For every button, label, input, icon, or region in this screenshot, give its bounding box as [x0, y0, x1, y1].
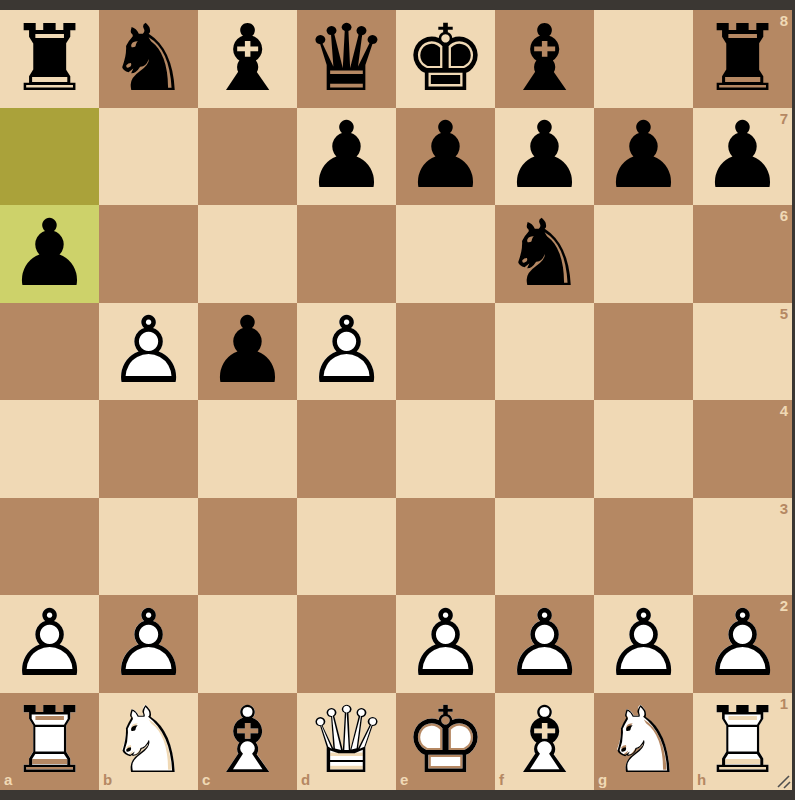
black-bishop-piece[interactable]: ♝ [495, 10, 594, 108]
square-e6[interactable] [396, 205, 495, 303]
piece-outline: ♙ [305, 305, 387, 397]
square-f2[interactable]: ♟♙ [495, 595, 594, 693]
white-rook-piece[interactable]: ♜♖ [693, 693, 792, 791]
piece-outline: ♙ [404, 598, 486, 690]
square-e2[interactable]: ♟♙ [396, 595, 495, 693]
square-c3[interactable] [198, 498, 297, 596]
square-h8[interactable]: ♜8 [693, 10, 792, 108]
piece-outline: ♗ [503, 695, 585, 787]
square-e3[interactable] [396, 498, 495, 596]
square-e1[interactable]: ♚♔e [396, 693, 495, 791]
square-h4[interactable]: 4 [693, 400, 792, 498]
piece-outline: ♘ [107, 695, 189, 787]
black-pawn-piece[interactable]: ♟ [198, 303, 297, 401]
rank-label-5: 5 [780, 306, 788, 321]
black-knight-piece[interactable]: ♞ [495, 205, 594, 303]
square-d1[interactable]: ♛♕d [297, 693, 396, 791]
square-a6[interactable]: ♟ [0, 205, 99, 303]
piece-outline: ♙ [701, 598, 783, 690]
square-a2[interactable]: ♟♙ [0, 595, 99, 693]
square-c7[interactable] [198, 108, 297, 206]
square-h2[interactable]: ♟♙2 [693, 595, 792, 693]
square-d3[interactable] [297, 498, 396, 596]
square-b3[interactable] [99, 498, 198, 596]
square-h3[interactable]: 3 [693, 498, 792, 596]
black-knight-piece[interactable]: ♞ [99, 10, 198, 108]
white-pawn-piece[interactable]: ♟♙ [99, 303, 198, 401]
white-knight-piece[interactable]: ♞♘ [594, 693, 693, 791]
square-d4[interactable] [297, 400, 396, 498]
square-b7[interactable] [99, 108, 198, 206]
black-pawn-piece[interactable]: ♟ [594, 108, 693, 206]
white-pawn-piece[interactable]: ♟♙ [495, 595, 594, 693]
piece-outline: ♕ [305, 695, 387, 787]
black-pawn-piece[interactable]: ♟ [0, 205, 99, 303]
square-g1[interactable]: ♞♘g [594, 693, 693, 791]
white-queen-piece[interactable]: ♛♕ [297, 693, 396, 791]
square-c4[interactable] [198, 400, 297, 498]
square-c5[interactable]: ♟ [198, 303, 297, 401]
piece-outline: ♙ [8, 598, 90, 690]
white-bishop-piece[interactable]: ♝♗ [198, 693, 297, 791]
square-f6[interactable]: ♞ [495, 205, 594, 303]
square-h1[interactable]: ♜♖1h [693, 693, 792, 791]
piece-outline: ♙ [602, 598, 684, 690]
square-e7[interactable]: ♟ [396, 108, 495, 206]
square-b8[interactable]: ♞ [99, 10, 198, 108]
white-bishop-piece[interactable]: ♝♗ [495, 693, 594, 791]
white-pawn-piece[interactable]: ♟♙ [396, 595, 495, 693]
square-g4[interactable] [594, 400, 693, 498]
piece-outline: ♙ [107, 305, 189, 397]
white-king-piece[interactable]: ♚♔ [396, 693, 495, 791]
chess-board: ♜♞♝♛♚♝♜8♟♟♟♟♟7♟♞6♟♙♟♟♙543♟♙♟♙♟♙♟♙♟♙♟♙2♜♖… [0, 10, 792, 790]
square-b4[interactable] [99, 400, 198, 498]
square-c8[interactable]: ♝ [198, 10, 297, 108]
white-rook-piece[interactable]: ♜♖ [0, 693, 99, 791]
square-d8[interactable]: ♛ [297, 10, 396, 108]
square-c2[interactable] [198, 595, 297, 693]
piece-outline: ♔ [404, 695, 486, 787]
white-pawn-piece[interactable]: ♟♙ [99, 595, 198, 693]
square-e4[interactable] [396, 400, 495, 498]
white-pawn-piece[interactable]: ♟♙ [693, 595, 792, 693]
piece-outline: ♖ [8, 695, 90, 787]
square-g6[interactable] [594, 205, 693, 303]
black-pawn-piece[interactable]: ♟ [297, 108, 396, 206]
white-pawn-piece[interactable]: ♟♙ [297, 303, 396, 401]
black-king-piece[interactable]: ♚ [396, 10, 495, 108]
square-g3[interactable] [594, 498, 693, 596]
square-a7[interactable] [0, 108, 99, 206]
white-pawn-piece[interactable]: ♟♙ [0, 595, 99, 693]
square-f3[interactable] [495, 498, 594, 596]
square-a1[interactable]: ♜♖a [0, 693, 99, 791]
square-f7[interactable]: ♟ [495, 108, 594, 206]
piece-outline: ♙ [107, 598, 189, 690]
square-e5[interactable] [396, 303, 495, 401]
square-d7[interactable]: ♟ [297, 108, 396, 206]
black-pawn-piece[interactable]: ♟ [396, 108, 495, 206]
square-h6[interactable]: 6 [693, 205, 792, 303]
rank-label-6: 6 [780, 208, 788, 223]
square-e8[interactable]: ♚ [396, 10, 495, 108]
square-a4[interactable] [0, 400, 99, 498]
square-g2[interactable]: ♟♙ [594, 595, 693, 693]
white-knight-piece[interactable]: ♞♘ [99, 693, 198, 791]
piece-outline: ♖ [701, 695, 783, 787]
square-d6[interactable] [297, 205, 396, 303]
piece-outline: ♘ [602, 695, 684, 787]
square-a5[interactable] [0, 303, 99, 401]
square-h5[interactable]: 5 [693, 303, 792, 401]
square-h7[interactable]: ♟7 [693, 108, 792, 206]
square-b6[interactable] [99, 205, 198, 303]
black-rook-piece[interactable]: ♜ [693, 10, 792, 108]
square-g5[interactable] [594, 303, 693, 401]
square-g7[interactable]: ♟ [594, 108, 693, 206]
square-f4[interactable] [495, 400, 594, 498]
black-bishop-piece[interactable]: ♝ [198, 10, 297, 108]
black-rook-piece[interactable]: ♜ [0, 10, 99, 108]
square-f1[interactable]: ♝♗f [495, 693, 594, 791]
square-g8[interactable] [594, 10, 693, 108]
black-queen-piece[interactable]: ♛ [297, 10, 396, 108]
rank-label-3: 3 [780, 501, 788, 516]
white-pawn-piece[interactable]: ♟♙ [594, 595, 693, 693]
square-d2[interactable] [297, 595, 396, 693]
rank-label-4: 4 [780, 403, 788, 418]
square-d5[interactable]: ♟♙ [297, 303, 396, 401]
square-f8[interactable]: ♝ [495, 10, 594, 108]
square-c6[interactable] [198, 205, 297, 303]
square-a8[interactable]: ♜ [0, 10, 99, 108]
piece-outline: ♙ [503, 598, 585, 690]
square-f5[interactable] [495, 303, 594, 401]
square-b2[interactable]: ♟♙ [99, 595, 198, 693]
square-c1[interactable]: ♝♗c [198, 693, 297, 791]
square-b1[interactable]: ♞♘b [99, 693, 198, 791]
piece-outline: ♗ [206, 695, 288, 787]
black-pawn-piece[interactable]: ♟ [693, 108, 792, 206]
square-b5[interactable]: ♟♙ [99, 303, 198, 401]
black-pawn-piece[interactable]: ♟ [495, 108, 594, 206]
square-a3[interactable] [0, 498, 99, 596]
